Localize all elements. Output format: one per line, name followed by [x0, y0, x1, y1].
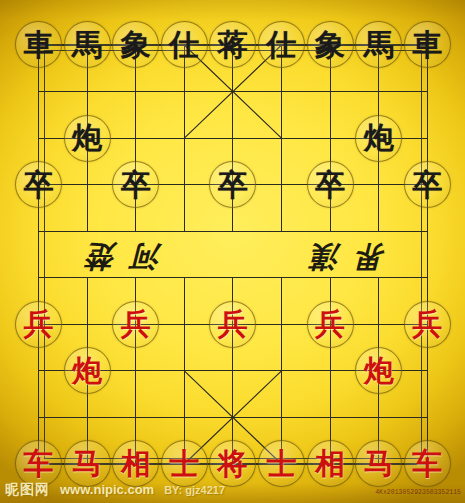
piece-black-elephant-f7r1[interactable]: 象 [307, 21, 354, 68]
piece-red-chariot-f9r10[interactable]: 车 [404, 440, 451, 487]
piece-red-soldier-f7r7[interactable]: 兵 [307, 301, 354, 348]
piece-red-cannon-f8r8[interactable]: 炮 [355, 347, 402, 394]
watermark-author: BY: gjz4217 [164, 484, 225, 496]
piece-black-advisor-f6r1[interactable]: 仕 [258, 21, 305, 68]
piece-red-elephant-f7r10[interactable]: 相 [307, 440, 354, 487]
piece-black-horse-f8r1[interactable]: 馬 [355, 21, 402, 68]
piece-black-chariot-f9r1[interactable]: 車 [404, 21, 451, 68]
piece-red-horse-f8r10[interactable]: 马 [355, 440, 402, 487]
piece-black-soldier-f1r4[interactable]: 卒 [15, 161, 62, 208]
piece-black-soldier-f5r4[interactable]: 卒 [209, 161, 256, 208]
piece-black-advisor-f4r1[interactable]: 仕 [161, 21, 208, 68]
watermark-stock-id: 4Kx2013052923503352115 [375, 489, 461, 496]
watermark-site-name: 昵图网 [5, 481, 50, 499]
piece-black-soldier-f3r4[interactable]: 卒 [112, 161, 159, 208]
piece-black-cannon-f8r3[interactable]: 炮 [355, 115, 402, 162]
watermark-left: 昵图网 www.nipic.com BY: gjz4217 [5, 481, 225, 499]
piece-red-soldier-f1r7[interactable]: 兵 [15, 301, 62, 348]
piece-black-chariot-f1r1[interactable]: 車 [15, 21, 62, 68]
piece-layer: 車馬象仕蒋仕象馬車炮炮卒卒卒卒卒兵兵兵兵兵炮炮车马相士将士相马车 [14, 22, 451, 487]
piece-black-cannon-f2r3[interactable]: 炮 [64, 115, 111, 162]
piece-red-soldier-f9r7[interactable]: 兵 [404, 301, 451, 348]
piece-black-soldier-f9r4[interactable]: 卒 [404, 161, 451, 208]
piece-black-horse-f2r1[interactable]: 馬 [64, 21, 111, 68]
xiangqi-board: 楚河 漢界 車馬象仕蒋仕象馬車炮炮卒卒卒卒卒兵兵兵兵兵炮炮车马相士将士相马车 昵… [0, 0, 465, 503]
piece-black-general-f5r1[interactable]: 蒋 [209, 21, 256, 68]
piece-red-advisor-f6r10[interactable]: 士 [258, 440, 305, 487]
piece-black-elephant-f3r1[interactable]: 象 [112, 21, 159, 68]
piece-red-soldier-f3r7[interactable]: 兵 [112, 301, 159, 348]
watermark-site-url: www.nipic.com [60, 482, 154, 497]
piece-black-soldier-f7r4[interactable]: 卒 [307, 161, 354, 208]
piece-red-soldier-f5r7[interactable]: 兵 [209, 301, 256, 348]
piece-red-cannon-f2r8[interactable]: 炮 [64, 347, 111, 394]
